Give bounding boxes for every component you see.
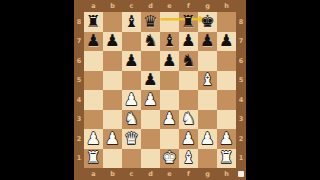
piece-black-knight[interactable]: ♞ [143,33,158,50]
piece-black-pawn[interactable]: ♟ [200,33,215,50]
piece-white-pawn[interactable]: ♟ [219,131,234,148]
square-a2[interactable]: ♟ [84,129,103,149]
square-e1[interactable]: ♚ [160,149,179,169]
piece-white-pawn[interactable]: ♟ [105,131,120,148]
square-h8[interactable] [217,12,236,32]
piece-black-king[interactable]: ♚ [200,14,215,31]
file-label-e: e [167,171,171,178]
square-c3[interactable]: ♞ [122,110,141,130]
square-a3[interactable] [84,110,103,130]
piece-white-rook[interactable]: ♜ [86,150,101,167]
piece-black-knight[interactable]: ♞ [181,53,196,70]
rank-label-7: 7 [77,38,82,45]
piece-black-pawn[interactable]: ♟ [86,33,101,50]
square-f1[interactable]: ♝ [179,149,198,169]
rank-label-4: 4 [77,97,82,104]
square-d6[interactable] [141,51,160,71]
piece-white-pawn[interactable]: ♟ [200,131,215,148]
square-b6[interactable] [103,51,122,71]
file-label-g: g [205,171,210,178]
file-label-a: a [91,171,95,178]
file-label-c: c [130,3,134,10]
file-label-g: g [205,3,210,10]
square-g5[interactable]: ♝ [198,71,217,91]
piece-white-rook[interactable]: ♜ [219,150,234,167]
square-a4[interactable] [84,90,103,110]
rank-label-6: 6 [239,58,244,65]
piece-white-pawn[interactable]: ♟ [162,111,177,128]
square-a8[interactable]: ♜ [84,12,103,32]
rank-label-3: 3 [77,116,82,123]
rank-label-1: 1 [239,155,244,162]
square-e2[interactable] [160,129,179,149]
piece-black-pawn[interactable]: ♟ [162,53,177,70]
piece-white-knight[interactable]: ♞ [124,111,139,128]
square-h4[interactable] [217,90,236,110]
file-label-b: b [110,171,115,178]
rank-labels-left: 87654321 [74,12,84,168]
square-c5[interactable] [122,71,141,91]
piece-black-queen[interactable]: ♛ [143,14,158,31]
square-f5[interactable] [179,71,198,91]
piece-black-bishop[interactable]: ♝ [162,33,177,50]
square-g7[interactable]: ♟ [198,32,217,52]
rank-label-7: 7 [239,38,244,45]
board-squares-area: ♜♝♛♜♚♟♟♞♝♟♟♟♟♟♞♟♝♟♟♞♟♞♟♟♛♟♟♟♜♚♝♜ [84,12,236,168]
square-e3[interactable]: ♟ [160,110,179,130]
square-h5[interactable] [217,71,236,91]
squares-grid: ♜♝♛♜♚♟♟♞♝♟♟♟♟♟♞♟♝♟♟♞♟♞♟♟♛♟♟♟♜♚♝♜ [84,12,236,168]
piece-white-bishop[interactable]: ♝ [200,72,215,89]
file-label-h: h [224,3,229,10]
square-f4[interactable] [179,90,198,110]
square-f3[interactable]: ♞ [179,110,198,130]
piece-white-king[interactable]: ♚ [162,150,177,167]
square-a5[interactable] [84,71,103,91]
piece-white-bishop[interactable]: ♝ [181,150,196,167]
square-a6[interactable] [84,51,103,71]
file-label-c: c [130,171,134,178]
square-g2[interactable]: ♟ [198,129,217,149]
square-g8[interactable]: ♚ [198,12,217,32]
square-d7[interactable]: ♞ [141,32,160,52]
rank-labels-right: 87654321 [236,12,246,168]
square-g3[interactable] [198,110,217,130]
square-g4[interactable] [198,90,217,110]
rank-label-5: 5 [77,77,82,84]
square-c7[interactable] [122,32,141,52]
square-c2[interactable]: ♛ [122,129,141,149]
square-d4[interactable]: ♟ [141,90,160,110]
square-b1[interactable] [103,149,122,169]
square-e4[interactable] [160,90,179,110]
file-label-d: d [148,171,153,178]
piece-black-bishop[interactable]: ♝ [124,14,139,31]
square-c4[interactable]: ♟ [122,90,141,110]
piece-black-rook[interactable]: ♜ [86,14,101,31]
video-frame-background: abcdefgh 87654321 ♜♝♛♜♚♟♟♞♝♟♟♟♟♟♞♟♝♟♟♞♟♞… [0,0,320,180]
piece-black-pawn[interactable]: ♟ [124,53,139,70]
square-e6[interactable]: ♟ [160,51,179,71]
piece-black-pawn[interactable]: ♟ [219,33,234,50]
rank-label-5: 5 [239,77,244,84]
piece-white-pawn[interactable]: ♟ [124,92,139,109]
file-label-h: h [224,171,229,178]
square-b7[interactable]: ♟ [103,32,122,52]
square-b8[interactable] [103,12,122,32]
piece-white-pawn[interactable]: ♟ [143,92,158,109]
piece-white-knight[interactable]: ♞ [181,111,196,128]
square-f8[interactable]: ♜ [179,12,198,32]
square-d3[interactable] [141,110,160,130]
file-label-d: d [148,3,153,10]
square-a1[interactable]: ♜ [84,149,103,169]
square-c8[interactable]: ♝ [122,12,141,32]
file-label-b: b [110,3,115,10]
rank-label-6: 6 [77,58,82,65]
file-label-a: a [91,3,95,10]
square-e8[interactable] [160,12,179,32]
square-h3[interactable] [217,110,236,130]
square-d5[interactable]: ♟ [141,71,160,91]
square-b5[interactable] [103,71,122,91]
file-label-f: f [187,171,190,178]
square-e7[interactable]: ♝ [160,32,179,52]
square-f7[interactable]: ♟ [179,32,198,52]
piece-black-pawn[interactable]: ♟ [105,33,120,50]
piece-black-pawn[interactable]: ♟ [143,72,158,89]
rank-label-8: 8 [77,19,82,26]
square-d2[interactable] [141,129,160,149]
square-b4[interactable] [103,90,122,110]
square-f6[interactable]: ♞ [179,51,198,71]
rank-label-2: 2 [77,136,82,143]
square-h1[interactable]: ♜ [217,149,236,169]
square-g6[interactable] [198,51,217,71]
piece-black-rook[interactable]: ♜ [181,14,196,31]
rank-label-2: 2 [239,136,244,143]
rank-label-8: 8 [239,19,244,26]
square-h2[interactable]: ♟ [217,129,236,149]
file-labels-bottom: abcdefgh [84,168,236,180]
square-h6[interactable] [217,51,236,71]
square-g1[interactable] [198,149,217,169]
file-label-e: e [167,3,171,10]
square-b2[interactable]: ♟ [103,129,122,149]
square-h7[interactable]: ♟ [217,32,236,52]
file-label-f: f [187,3,190,10]
square-d8[interactable]: ♛ [141,12,160,32]
square-a7[interactable]: ♟ [84,32,103,52]
piece-white-pawn[interactable]: ♟ [86,131,101,148]
file-labels-top: abcdefgh [84,0,236,12]
piece-black-pawn[interactable]: ♟ [181,33,196,50]
square-c6[interactable]: ♟ [122,51,141,71]
rank-label-4: 4 [239,97,244,104]
rank-label-1: 1 [77,155,82,162]
square-b3[interactable] [103,110,122,130]
board-corner-logo-icon [238,171,244,177]
square-e5[interactable] [160,71,179,91]
square-d1[interactable] [141,149,160,169]
square-c1[interactable] [122,149,141,169]
chess-board: abcdefgh 87654321 ♜♝♛♜♚♟♟♞♝♟♟♟♟♟♞♟♝♟♟♞♟♞… [74,0,246,180]
rank-label-3: 3 [239,116,244,123]
piece-white-pawn[interactable]: ♟ [181,131,196,148]
square-f2[interactable]: ♟ [179,129,198,149]
piece-white-queen[interactable]: ♛ [124,131,139,148]
